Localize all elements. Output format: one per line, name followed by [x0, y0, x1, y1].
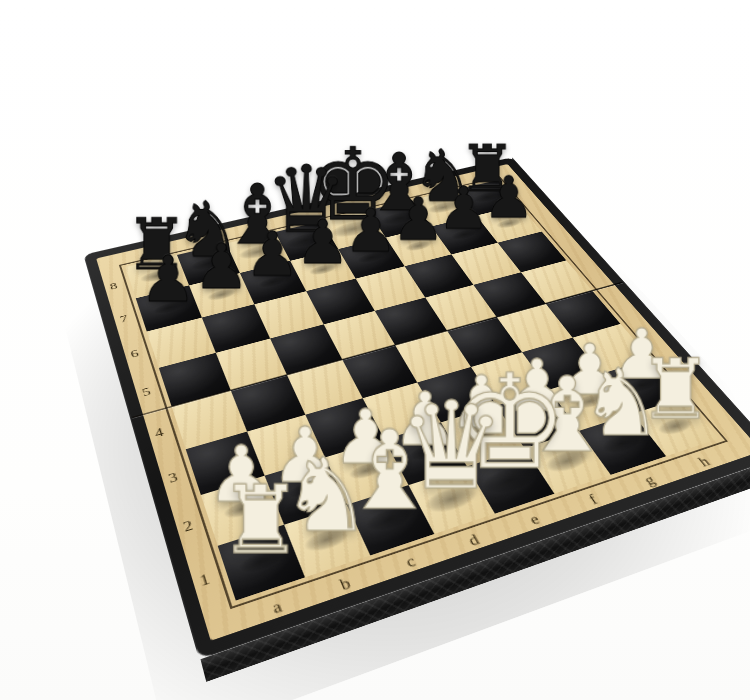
product-photo-stage: 87654321abcdefgh ♜♞♝♛♚♝♞♜♟♟♟♟♟♟♟♟♟♟♟♟♟♟♟… [0, 0, 750, 700]
chessboard: 87654321abcdefgh ♜♞♝♛♚♝♞♜♟♟♟♟♟♟♟♟♟♟♟♟♟♟♟… [83, 157, 750, 660]
black-pawn-icon: ♟ [82, 248, 255, 311]
white-rook-icon: ♜ [150, 473, 372, 567]
